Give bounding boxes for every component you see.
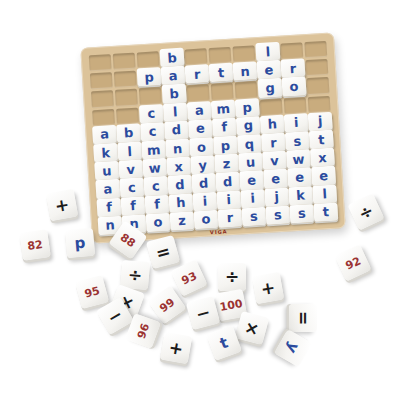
letter-tile-p[interactable]: p <box>213 136 238 156</box>
board-cell-r6c9: s <box>286 133 309 151</box>
letter-tile-m[interactable]: m <box>141 140 166 160</box>
board-cell-r4c7: p <box>236 100 259 118</box>
letter-tile-n[interactable]: n <box>165 138 190 158</box>
letter-tile-v[interactable]: v <box>118 160 143 180</box>
letter-tile-x[interactable]: x <box>310 148 335 168</box>
letter-tile-f[interactable]: f <box>212 117 237 137</box>
scattered-symbol-tile-+[interactable]: + <box>252 272 284 304</box>
letter-tile-r[interactable]: r <box>185 64 210 84</box>
letter-tile-p[interactable]: p <box>137 67 162 87</box>
letter-tile-e[interactable]: e <box>311 166 336 186</box>
letter-tile-t[interactable]: t <box>208 63 233 83</box>
letter-tile-d[interactable]: d <box>191 173 216 193</box>
board-cell-r6c6: p <box>214 138 237 156</box>
board-cell-r1c5 <box>185 48 208 66</box>
letter-tile-i[interactable]: i <box>216 190 241 210</box>
board-cell-r1c6 <box>209 47 232 65</box>
board-cell-r9c1: f <box>98 199 121 217</box>
board-cell-r4c2 <box>116 107 139 125</box>
letter-tile-g[interactable]: g <box>258 78 283 98</box>
board-cell-r7c7: u <box>239 154 262 172</box>
board-cell-r7c10: x <box>311 150 334 168</box>
scattered-symbol-tile-+[interactable]: + <box>160 332 192 364</box>
board-cell-r3c5 <box>187 85 210 103</box>
letter-tile-o[interactable]: o <box>193 210 218 230</box>
board-cell-r4c5: a <box>188 103 211 121</box>
letter-tile-v[interactable]: v <box>262 151 287 171</box>
letter-tile-y[interactable]: y <box>190 155 215 175</box>
letter-tile-a[interactable]: a <box>92 125 117 145</box>
letter-tile-f[interactable]: f <box>120 196 145 216</box>
board-cell-r5c10: j <box>309 114 332 132</box>
board-cell-r1c9 <box>280 42 303 60</box>
board-grid: blpartnerbgoclampabcdefghijklmnopqrstuvw… <box>89 41 338 235</box>
letter-tile-t[interactable]: t <box>313 202 338 222</box>
letter-tile-o[interactable]: o <box>189 137 214 157</box>
letter-tile-n[interactable]: n <box>232 61 257 81</box>
board-cell-r1c3 <box>137 51 160 69</box>
board-cell-r3c1 <box>91 90 114 108</box>
board-cell-r7c2: v <box>119 162 142 180</box>
board-cell-r7c9: w <box>287 151 310 169</box>
letter-tile-h[interactable]: h <box>168 193 193 213</box>
board-cell-r2c8: e <box>258 62 281 80</box>
letter-tile-x[interactable]: x <box>166 157 191 177</box>
board-cell-r5c5: e <box>189 121 212 139</box>
board-cell-r8c2: c <box>120 180 143 198</box>
board-cell-r5c8: h <box>261 116 284 134</box>
letter-tile-d[interactable]: d <box>167 175 192 195</box>
board-cell-r7c1: u <box>95 163 118 181</box>
board-cell-r2c2 <box>114 71 137 89</box>
board-cell-r10c10: t <box>314 204 337 222</box>
board-cell-r1c10 <box>304 41 327 59</box>
letter-tile-a[interactable]: a <box>95 179 120 199</box>
board-cell-r8c10: e <box>312 168 335 186</box>
letter-tile-f[interactable]: f <box>96 197 121 217</box>
board-cell-r5c1: a <box>93 127 116 145</box>
board-cell-r6c5: o <box>190 139 213 157</box>
board-cell-r4c8 <box>260 98 283 116</box>
letter-tile-m[interactable]: m <box>211 99 236 119</box>
letter-tile-u[interactable]: u <box>94 161 119 181</box>
letter-tile-r[interactable]: r <box>217 208 242 228</box>
board-cell-r9c6: i <box>217 192 240 210</box>
letter-tile-l[interactable]: l <box>117 141 142 161</box>
letter-tile-e[interactable]: e <box>263 169 288 189</box>
board-cell-r10c5: o <box>195 212 218 230</box>
board-cell-r2c3: p <box>138 69 161 87</box>
board-cell-r9c5: i <box>193 194 216 212</box>
letter-tile-i[interactable]: i <box>240 189 265 209</box>
letter-tile-b[interactable]: b <box>159 48 184 68</box>
board-cell-r3c6 <box>211 83 234 101</box>
board-cell-r5c3: c <box>141 124 164 142</box>
letter-tile-g[interactable]: g <box>236 116 261 136</box>
board-cell-r1c7 <box>232 45 255 63</box>
letter-tile-e[interactable]: e <box>188 119 213 139</box>
board-cell-r4c6: m <box>212 101 235 119</box>
letter-tile-c[interactable]: c <box>119 178 144 198</box>
board-cell-r8c9: e <box>288 170 311 188</box>
board-cell-r10c9: s <box>290 206 313 224</box>
letter-tile-c[interactable]: c <box>139 104 164 124</box>
letter-tile-r[interactable]: r <box>261 133 286 153</box>
letter-tile-i[interactable]: i <box>192 191 217 211</box>
table-scene: blpartnerbgoclampabcdefghijklmnopqrstuvw… <box>0 0 400 400</box>
board-cell-r10c7: s <box>242 209 265 227</box>
board-cell-r4c10 <box>308 95 331 113</box>
scattered-letter-tile-p[interactable]: p <box>65 228 95 258</box>
letter-tile-i[interactable]: i <box>284 113 309 133</box>
board-cell-r2c10 <box>305 59 328 77</box>
letter-tile-w[interactable]: w <box>286 149 311 169</box>
letter-tile-s[interactable]: s <box>265 205 290 225</box>
board-cell-r8c1: a <box>97 181 120 199</box>
board-cell-r3c2 <box>115 89 138 107</box>
letter-tile-k[interactable]: k <box>288 186 313 206</box>
board-cell-r2c5: r <box>186 66 209 84</box>
letter-tile-c[interactable]: c <box>143 176 168 196</box>
board-cell-r6c2: l <box>118 143 141 161</box>
board-cell-r4c1 <box>92 109 115 127</box>
board-cell-r3c8: g <box>259 80 282 98</box>
letter-tile-e[interactable]: e <box>256 60 281 80</box>
board-cell-r9c7: i <box>241 191 264 209</box>
board-cell-r4c4: l <box>164 104 187 122</box>
board-cell-r9c4: h <box>169 195 192 213</box>
board-cell-r8c8: e <box>264 171 287 189</box>
letter-tile-s[interactable]: s <box>241 207 266 227</box>
letter-tile-z[interactable]: z <box>214 154 239 174</box>
board-cell-r9c3: f <box>146 196 169 214</box>
letter-tile-q[interactable]: q <box>237 134 262 154</box>
letter-tile-l[interactable]: l <box>312 184 337 204</box>
scattered-letter-tile-y[interactable]: y <box>274 329 312 367</box>
letter-tile-a[interactable]: a <box>161 66 186 86</box>
scattered-symbol-tile-÷[interactable]: ÷ <box>347 193 384 230</box>
scattered-symbol-tile-+[interactable]: + <box>46 189 78 221</box>
letter-tile-b[interactable]: b <box>162 84 187 104</box>
letter-tile-a[interactable]: a <box>187 101 212 121</box>
scattered-number-tile-95[interactable]: 95 <box>75 275 109 309</box>
letter-tile-b[interactable]: b <box>116 123 141 143</box>
board-cell-r9c9: k <box>289 188 312 206</box>
scattered-number-tile-93[interactable]: 93 <box>170 259 207 296</box>
board-cell-r7c8: v <box>263 153 286 171</box>
board-cell-r1c8: l <box>256 44 279 62</box>
board-cell-r8c5: d <box>192 175 215 193</box>
board-cell-r10c3: o <box>147 215 170 233</box>
scattered-symbol-tile-−[interactable]: − <box>186 296 220 330</box>
letter-tile-f[interactable]: f <box>144 194 169 214</box>
letter-board: blpartnerbgoclampabcdefghijklmnopqrstuvw… <box>80 32 345 243</box>
board-cell-r10c4: z <box>171 213 194 231</box>
board-cell-r3c4: b <box>163 86 186 104</box>
board-cell-r6c7: q <box>238 136 261 154</box>
board-cell-r1c2 <box>113 53 136 71</box>
board-cell-r6c8: r <box>262 135 285 153</box>
board-cell-r7c6: z <box>215 156 238 174</box>
letter-tile-e[interactable]: e <box>287 167 312 187</box>
letter-tile-w[interactable]: w <box>142 158 167 178</box>
board-cell-r5c9: i <box>285 115 308 133</box>
board-cell-r2c6: t <box>210 65 233 83</box>
scattered-number-tile-92[interactable]: 92 <box>334 244 371 281</box>
board-cell-r5c7: g <box>237 118 260 136</box>
board-cell-r2c4: a <box>162 68 185 86</box>
board-cell-r8c4: d <box>168 177 191 195</box>
board-cell-r9c8: j <box>265 189 288 207</box>
letter-tile-r[interactable]: r <box>280 58 305 78</box>
letter-tile-h[interactable]: h <box>260 114 285 134</box>
board-cell-r7c3: w <box>143 160 166 178</box>
board-cell-r7c4: x <box>167 159 190 177</box>
board-cell-r5c2: b <box>117 125 140 143</box>
board-cell-r6c3: m <box>142 142 165 160</box>
letter-tile-d[interactable]: d <box>164 120 189 140</box>
board-cell-r3c7 <box>235 82 258 100</box>
board-cell-r3c9: o <box>283 79 306 97</box>
board-cell-r10c8: s <box>266 207 289 225</box>
scattered-symbol-tile-÷[interactable]: ÷ <box>218 263 246 291</box>
board-cell-r6c10: t <box>310 132 333 150</box>
letter-tile-t[interactable]: t <box>309 130 334 150</box>
scattered-symbol-tile-=[interactable]: = <box>289 304 317 332</box>
board-cell-r4c3: c <box>140 106 163 124</box>
board-cell-r1c4: b <box>161 50 184 68</box>
board-cell-r2c1 <box>90 72 113 90</box>
letter-tile-c[interactable]: c <box>140 122 165 142</box>
board-cell-r8c3: c <box>144 178 167 196</box>
letter-tile-o[interactable]: o <box>281 77 306 97</box>
letter-tile-s[interactable]: s <box>289 204 314 224</box>
board-cell-r3c10 <box>307 77 330 95</box>
scattered-symbol-tile-×[interactable]: × <box>235 311 269 345</box>
board-cell-r3c3 <box>139 87 162 105</box>
board-cell-r5c4: d <box>165 122 188 140</box>
board-cell-r4c9 <box>284 97 307 115</box>
board-cell-r8c7: e <box>240 172 263 190</box>
letter-tile-k[interactable]: k <box>93 143 118 163</box>
board-cell-r6c4: n <box>166 141 189 159</box>
letter-tile-j[interactable]: j <box>264 187 289 207</box>
board-cell-r7c5: y <box>191 157 214 175</box>
letter-tile-u[interactable]: u <box>238 152 263 172</box>
board-cell-r1c1 <box>89 54 112 72</box>
letter-tile-s[interactable]: s <box>285 131 310 151</box>
letter-tile-z[interactable]: z <box>169 211 194 231</box>
scattered-symbol-tile-=[interactable]: = <box>146 235 180 269</box>
board-cell-r9c2: f <box>122 198 145 216</box>
board-cell-r2c9: r <box>281 61 304 79</box>
board-cell-r10c6: r <box>219 210 242 228</box>
letter-tile-e[interactable]: e <box>239 170 264 190</box>
letter-tile-l[interactable]: l <box>255 42 280 62</box>
board-cell-r9c10: l <box>313 186 336 204</box>
board-cell-r6c1: k <box>94 145 117 163</box>
board-cell-r5c6: f <box>213 119 236 137</box>
letter-tile-p[interactable]: p <box>235 98 260 118</box>
letter-tile-j[interactable]: j <box>308 112 333 132</box>
board-cell-r2c7: n <box>234 63 257 81</box>
letter-tile-d[interactable]: d <box>215 172 240 192</box>
letter-tile-l[interactable]: l <box>163 102 188 122</box>
scattered-number-tile-82[interactable]: 82 <box>19 229 51 261</box>
letter-tile-o[interactable]: o <box>146 213 171 233</box>
board-cell-r8c6: d <box>216 174 239 192</box>
